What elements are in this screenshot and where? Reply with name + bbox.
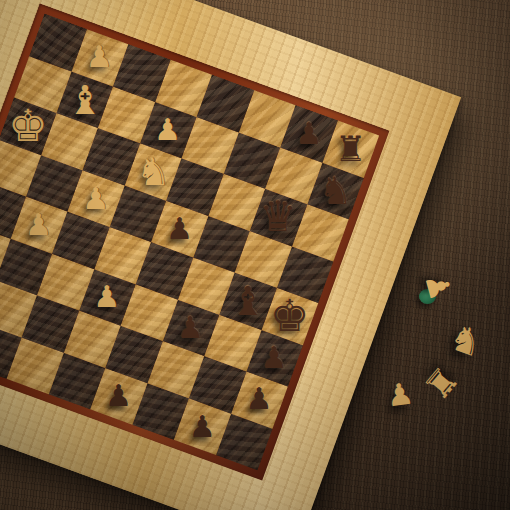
knight-glyph: ♞ — [136, 153, 170, 191]
pawn-glyph: ♟ — [25, 210, 52, 240]
pawn-glyph: ♟ — [261, 343, 288, 373]
pawn-glyph: ♟ — [246, 385, 273, 415]
bishop-glyph: ♝ — [230, 281, 266, 321]
queen-glyph: ♛ — [260, 196, 298, 238]
pawn-glyph: ♟ — [94, 282, 121, 312]
pawn-glyph: ♟ — [177, 313, 204, 343]
rook-glyph: ♜ — [335, 131, 366, 166]
table-surface: ♟♟♜♝♟♞♚♞♛♟♟♟♝♚♟♟♟♟♟♟ ♟♞♜♟ — [0, 0, 510, 510]
king-glyph: ♚ — [8, 104, 47, 148]
captured-white-knight-2[interactable]: ♞ — [445, 319, 488, 364]
captured-white-rook-3[interactable]: ♜ — [418, 360, 464, 405]
pawn-glyph: ♟ — [189, 411, 216, 441]
pawn-glyph: ♟ — [155, 115, 182, 145]
pawn-glyph: ♟ — [295, 119, 322, 149]
captured-white-pawn-4[interactable]: ♟ — [385, 378, 416, 411]
pawn-glyph: ♟ — [82, 183, 109, 213]
white-king-a6[interactable]: ♚ — [0, 97, 56, 154]
chess-board-frame: ♟♟♜♝♟♞♚♞♛♟♟♟♝♚♟♟♟♟♟♟ — [0, 0, 461, 510]
captured-white-pawn-1[interactable]: ♟ — [420, 270, 456, 304]
pawn-glyph: ♟ — [105, 381, 132, 411]
pawn-glyph: ♟ — [166, 214, 193, 244]
bishop-glyph: ♝ — [67, 79, 103, 119]
chess-board: ♟♟♜♝♟♞♚♞♛♟♟♟♝♚♟♟♟♟♟♟ — [0, 14, 379, 470]
knight-glyph: ♞ — [318, 172, 352, 210]
board-inner-border: ♟♟♜♝♟♞♚♞♛♟♟♟♝♚♟♟♟♟♟♟ — [0, 4, 389, 481]
pawn-glyph: ♟ — [86, 43, 113, 73]
king-glyph: ♚ — [270, 294, 309, 338]
